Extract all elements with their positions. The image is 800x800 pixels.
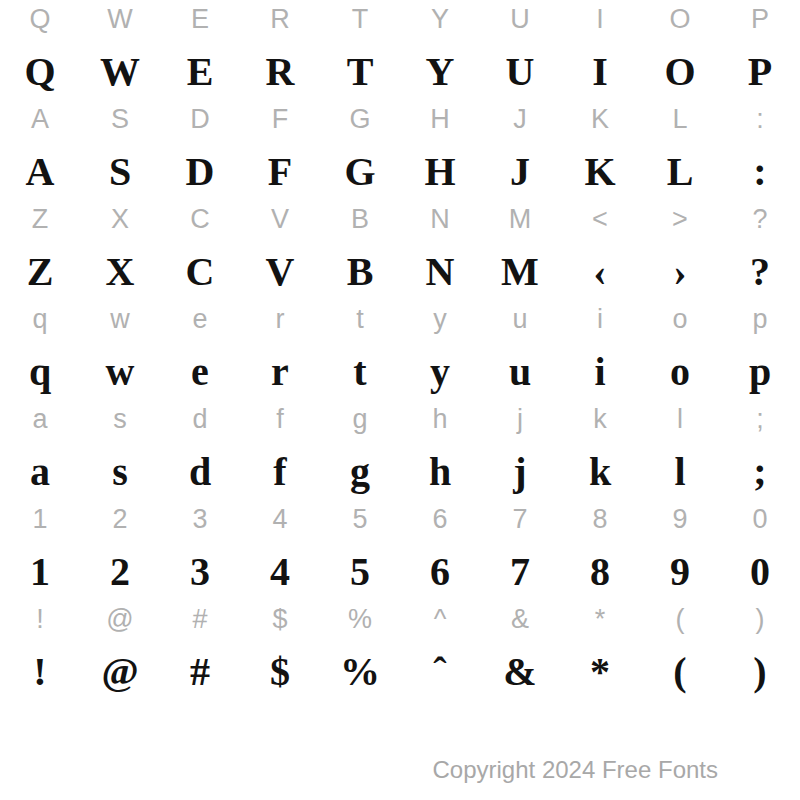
- specimen-char-row-3: qwertyuiop: [0, 344, 800, 400]
- char-cell: O: [640, 44, 720, 100]
- char-cell: B: [320, 200, 400, 244]
- char-cell: ›: [640, 244, 720, 300]
- char-cell: 8: [560, 500, 640, 544]
- char-cell: r: [240, 300, 320, 344]
- char-cell: y: [400, 300, 480, 344]
- char-cell: s: [80, 444, 160, 500]
- char-cell: ?: [720, 200, 800, 244]
- char-cell: ‹: [560, 244, 640, 300]
- char-cell: !: [0, 644, 80, 700]
- char-cell: #: [160, 644, 240, 700]
- char-cell: X: [80, 200, 160, 244]
- char-cell: u: [480, 300, 560, 344]
- char-cell: 0: [720, 544, 800, 600]
- char-cell: 9: [640, 544, 720, 600]
- char-cell: 4: [240, 544, 320, 600]
- char-cell: G: [320, 144, 400, 200]
- specimen-char-row-5: 1234567890: [0, 544, 800, 600]
- char-cell: T: [320, 44, 400, 100]
- char-cell: V: [240, 244, 320, 300]
- reference-char-row-1: ASDFGHJKL:: [0, 100, 800, 144]
- char-cell: G: [320, 100, 400, 144]
- char-cell: 1: [0, 500, 80, 544]
- char-cell: 0: [720, 500, 800, 544]
- char-cell: w: [80, 344, 160, 400]
- char-cell: a: [0, 444, 80, 500]
- char-cell: Q: [0, 44, 80, 100]
- char-band-6: !@#$%^&*()!@#$%ˆ&*(): [0, 600, 800, 700]
- char-cell: J: [480, 144, 560, 200]
- char-cell: U: [480, 44, 560, 100]
- reference-char-row-0: QWERTYUIOP: [0, 0, 800, 44]
- char-cell: h: [400, 400, 480, 444]
- char-cell: f: [240, 444, 320, 500]
- char-band-4: asdfghjkl;asdfghjkl;: [0, 400, 800, 500]
- char-band-5: 12345678901234567890: [0, 500, 800, 600]
- char-cell: 3: [160, 500, 240, 544]
- char-cell: ?: [720, 244, 800, 300]
- char-cell: j: [480, 444, 560, 500]
- reference-char-row-4: asdfghjkl;: [0, 400, 800, 444]
- reference-char-row-5: 1234567890: [0, 500, 800, 544]
- char-cell: 6: [400, 544, 480, 600]
- char-cell: F: [240, 144, 320, 200]
- char-cell: 1: [0, 544, 80, 600]
- char-cell: R: [240, 0, 320, 44]
- char-cell: P: [720, 0, 800, 44]
- char-cell: !: [0, 600, 80, 644]
- char-cell: 3: [160, 544, 240, 600]
- char-cell: u: [480, 344, 560, 400]
- char-cell: J: [480, 100, 560, 144]
- char-cell: j: [480, 400, 560, 444]
- specimen-char-row-2: ZXCVBNM‹›?: [0, 244, 800, 300]
- char-cell: 7: [480, 544, 560, 600]
- char-cell: @: [80, 600, 160, 644]
- char-cell: V: [240, 200, 320, 244]
- char-cell: 5: [320, 544, 400, 600]
- char-cell: e: [160, 344, 240, 400]
- char-cell: g: [320, 444, 400, 500]
- char-cell: R: [240, 44, 320, 100]
- char-cell: k: [560, 444, 640, 500]
- char-cell: @: [80, 644, 160, 700]
- char-cell: %: [320, 644, 400, 700]
- char-cell: T: [320, 0, 400, 44]
- char-cell: #: [160, 600, 240, 644]
- char-cell: P: [720, 44, 800, 100]
- char-cell: p: [720, 300, 800, 344]
- char-cell: L: [640, 144, 720, 200]
- char-cell: Y: [400, 44, 480, 100]
- reference-char-row-2: ZXCVBNM<>?: [0, 200, 800, 244]
- char-cell: 4: [240, 500, 320, 544]
- char-cell: Q: [0, 0, 80, 44]
- char-cell: &: [480, 600, 560, 644]
- char-cell: $: [240, 600, 320, 644]
- char-cell: o: [640, 344, 720, 400]
- char-cell: A: [0, 100, 80, 144]
- char-cell: g: [320, 400, 400, 444]
- char-cell: 8: [560, 544, 640, 600]
- char-cell: (: [640, 600, 720, 644]
- char-cell: H: [400, 100, 480, 144]
- char-cell: Z: [0, 200, 80, 244]
- char-cell: Y: [400, 0, 480, 44]
- char-cell: E: [160, 0, 240, 44]
- reference-char-row-6: !@#$%^&*(): [0, 600, 800, 644]
- reference-char-row-3: qwertyuiop: [0, 300, 800, 344]
- char-cell: w: [80, 300, 160, 344]
- char-cell: d: [160, 400, 240, 444]
- char-cell: d: [160, 444, 240, 500]
- char-cell: e: [160, 300, 240, 344]
- char-cell: A: [0, 144, 80, 200]
- char-cell: s: [80, 400, 160, 444]
- character-map-grid: QWERTYUIOPQWERTYUIOPASDFGHJKL:ASDFGHJKL:…: [0, 0, 800, 700]
- char-cell: :: [720, 100, 800, 144]
- char-cell: 2: [80, 500, 160, 544]
- char-cell: 5: [320, 500, 400, 544]
- char-cell: 2: [80, 544, 160, 600]
- char-cell: I: [560, 0, 640, 44]
- char-cell: ;: [720, 400, 800, 444]
- char-cell: k: [560, 400, 640, 444]
- char-cell: S: [80, 144, 160, 200]
- char-cell: y: [400, 344, 480, 400]
- char-cell: K: [560, 100, 640, 144]
- char-cell: :: [720, 144, 800, 200]
- char-cell: 7: [480, 500, 560, 544]
- char-cell: *: [560, 644, 640, 700]
- char-band-0: QWERTYUIOPQWERTYUIOP: [0, 0, 800, 100]
- char-cell: Z: [0, 244, 80, 300]
- char-cell: M: [480, 244, 560, 300]
- char-cell: r: [240, 344, 320, 400]
- char-cell: D: [160, 100, 240, 144]
- specimen-char-row-0: QWERTYUIOP: [0, 44, 800, 100]
- char-cell: E: [160, 44, 240, 100]
- char-cell: ): [720, 600, 800, 644]
- char-cell: H: [400, 144, 480, 200]
- char-cell: ^: [400, 600, 480, 644]
- char-cell: K: [560, 144, 640, 200]
- char-cell: D: [160, 144, 240, 200]
- char-cell: I: [560, 44, 640, 100]
- char-cell: S: [80, 100, 160, 144]
- char-band-3: qwertyuiopqwertyuiop: [0, 300, 800, 400]
- char-cell: p: [720, 344, 800, 400]
- char-cell: 9: [640, 500, 720, 544]
- font-specimen-page: QWERTYUIOPQWERTYUIOPASDFGHJKL:ASDFGHJKL:…: [0, 0, 800, 800]
- char-cell: ): [720, 644, 800, 700]
- char-cell: <: [560, 200, 640, 244]
- specimen-char-row-6: !@#$%ˆ&*(): [0, 644, 800, 700]
- char-cell: f: [240, 400, 320, 444]
- specimen-char-row-1: ASDFGHJKL:: [0, 144, 800, 200]
- char-cell: o: [640, 300, 720, 344]
- char-cell: C: [160, 200, 240, 244]
- char-cell: 6: [400, 500, 480, 544]
- char-cell: B: [320, 244, 400, 300]
- char-cell: U: [480, 0, 560, 44]
- char-cell: F: [240, 100, 320, 144]
- char-cell: q: [0, 344, 80, 400]
- char-cell: t: [320, 344, 400, 400]
- char-cell: M: [480, 200, 560, 244]
- char-cell: *: [560, 600, 640, 644]
- char-cell: W: [80, 0, 160, 44]
- char-band-2: ZXCVBNM<>?ZXCVBNM‹›?: [0, 200, 800, 300]
- char-cell: h: [400, 444, 480, 500]
- char-cell: ;: [720, 444, 800, 500]
- copyright-text: Copyright 2024 Free Fonts: [433, 756, 718, 784]
- char-cell: (: [640, 644, 720, 700]
- char-cell: l: [640, 400, 720, 444]
- char-cell: >: [640, 200, 720, 244]
- char-cell: L: [640, 100, 720, 144]
- char-cell: O: [640, 0, 720, 44]
- char-cell: X: [80, 244, 160, 300]
- char-cell: W: [80, 44, 160, 100]
- char-cell: &: [480, 644, 560, 700]
- char-cell: i: [560, 300, 640, 344]
- char-cell: q: [0, 300, 80, 344]
- char-cell: a: [0, 400, 80, 444]
- char-cell: N: [400, 244, 480, 300]
- char-cell: l: [640, 444, 720, 500]
- char-cell: ˆ: [400, 644, 480, 700]
- char-cell: N: [400, 200, 480, 244]
- char-cell: C: [160, 244, 240, 300]
- char-cell: t: [320, 300, 400, 344]
- char-cell: i: [560, 344, 640, 400]
- char-cell: $: [240, 644, 320, 700]
- char-cell: %: [320, 600, 400, 644]
- char-band-1: ASDFGHJKL:ASDFGHJKL:: [0, 100, 800, 200]
- specimen-char-row-4: asdfghjkl;: [0, 444, 800, 500]
